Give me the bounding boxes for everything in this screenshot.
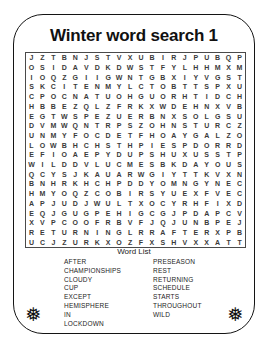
grid-cell: G: [212, 72, 223, 82]
grid-cell: O: [59, 150, 70, 160]
grid-cell: B: [146, 53, 157, 63]
grid-cell: T: [179, 82, 190, 92]
grid-cell: X: [135, 198, 146, 208]
grid-cell: V: [212, 189, 223, 199]
grid-cell: M: [48, 121, 59, 131]
grid-cell: T: [190, 82, 201, 92]
grid-cell: G: [135, 92, 146, 102]
grid-cell: O: [146, 198, 157, 208]
word-list-item: CUP: [64, 284, 121, 293]
grid-cell: C: [37, 169, 48, 179]
grid-cell: P: [135, 140, 146, 150]
word-list-item: CHAMPIONSHIPS: [64, 267, 121, 276]
grid-cell: S: [146, 150, 157, 160]
grid-cell: S: [223, 72, 234, 82]
grid-cell: Z: [59, 72, 70, 82]
grid-cell: H: [70, 140, 81, 150]
grid-cell: T: [48, 53, 59, 63]
grid-cell: T: [125, 198, 136, 208]
grid-cell: U: [125, 150, 136, 160]
grid-cell: X: [168, 111, 179, 121]
grid-cell: B: [157, 160, 168, 170]
grid-cell: Y: [59, 131, 70, 141]
grid-cell: V: [114, 53, 125, 63]
grid-cell: C: [59, 218, 70, 228]
grid-cell: C: [37, 237, 48, 247]
grid-cell: P: [92, 208, 103, 218]
grid-cell: U: [103, 160, 114, 170]
word-list-item: HEMISPHERE: [64, 302, 121, 311]
grid-cell: R: [103, 218, 114, 228]
grid-cell: C: [92, 131, 103, 141]
grid-cell: P: [234, 53, 245, 63]
grid-cell: T: [114, 140, 125, 150]
grid-cell: U: [146, 92, 157, 102]
grid-cell: Y: [190, 72, 201, 82]
grid-cell: H: [92, 140, 103, 150]
grid-cell: R: [135, 111, 146, 121]
word-list-item: THROUGHOUT: [153, 302, 202, 311]
grid-cell: X: [146, 237, 157, 247]
grid-cell: R: [201, 228, 212, 238]
grid-cell: Z: [59, 237, 70, 247]
grid-cell: I: [92, 72, 103, 82]
grid-cell: F: [135, 237, 146, 247]
grid-cell: G: [37, 111, 48, 121]
grid-cell: E: [223, 179, 234, 189]
grid-cell: N: [212, 179, 223, 189]
grid-cell: D: [179, 160, 190, 170]
grid-cell: B: [201, 218, 212, 228]
grid-cell: F: [135, 131, 146, 141]
grid-cell: N: [201, 101, 212, 111]
grid-cell: N: [234, 169, 245, 179]
word-list-item: AFTER: [64, 258, 121, 267]
grid-cell: H: [190, 63, 201, 73]
grid-cell: G: [157, 208, 168, 218]
grid-cell: V: [81, 63, 92, 73]
grid-cell: C: [92, 189, 103, 199]
grid-cell: O: [190, 111, 201, 121]
grid-cell: K: [135, 101, 146, 111]
grid-cell: E: [103, 208, 114, 218]
grid-cell: S: [26, 82, 37, 92]
grid-cell: E: [135, 160, 146, 170]
grid-cell: D: [125, 179, 136, 189]
grid-cell: R: [125, 101, 136, 111]
grid-cell: U: [223, 160, 234, 170]
grid-cell: X: [26, 218, 37, 228]
grid-cell: D: [234, 198, 245, 208]
grid-cell: R: [125, 169, 136, 179]
grid-cell: W: [135, 169, 146, 179]
grid-cell: C: [234, 179, 245, 189]
word-list-heading: Word List: [14, 247, 254, 256]
grid-cell: I: [125, 189, 136, 199]
word-list-item: SCHEDULE: [153, 284, 202, 293]
grid-cell: X: [168, 72, 179, 82]
grid-cell: B: [234, 228, 245, 238]
grid-cell: O: [26, 63, 37, 73]
grid-cell: H: [179, 92, 190, 102]
grid-cell: U: [103, 169, 114, 179]
grid-cell: B: [114, 189, 125, 199]
grid-cell: B: [168, 82, 179, 92]
grid-cell: D: [70, 198, 81, 208]
grid-cell: U: [234, 111, 245, 121]
grid-cell: A: [92, 169, 103, 179]
grid-cell: M: [48, 131, 59, 141]
grid-cell: N: [81, 121, 92, 131]
grid-cell: U: [59, 228, 70, 238]
grid-cell: H: [234, 92, 245, 102]
grid-cell: O: [48, 92, 59, 102]
grid-cell: Y: [168, 169, 179, 179]
grid-cell: I: [157, 169, 168, 179]
grid-cell: M: [168, 179, 179, 189]
grid-cell: C: [135, 82, 146, 92]
grid-cell: L: [114, 198, 125, 208]
grid-cell: N: [37, 131, 48, 141]
grid-cell: S: [135, 63, 146, 73]
grid-cell: A: [70, 150, 81, 160]
grid-cell: X: [179, 150, 190, 160]
grid-cell: O: [157, 82, 168, 92]
grid-cell: J: [234, 218, 245, 228]
grid-cell: X: [223, 63, 234, 73]
grid-cell: F: [157, 63, 168, 73]
grid-cell: J: [48, 237, 59, 247]
grid-cell: W: [114, 72, 125, 82]
grid-cell: T: [190, 121, 201, 131]
grid-cell: G: [190, 131, 201, 141]
grid-cell: C: [157, 198, 168, 208]
grid-cell: X: [125, 53, 136, 63]
grid-cell: U: [168, 150, 179, 160]
grid-cell: K: [92, 237, 103, 247]
grid-cell: X: [212, 228, 223, 238]
grid-cell: Y: [146, 179, 157, 189]
grid-cell: M: [125, 160, 136, 170]
grid-cell: H: [201, 63, 212, 73]
grid-cell: E: [223, 189, 234, 199]
grid-cell: M: [103, 82, 114, 92]
grid-cell: O: [157, 92, 168, 102]
grid-cell: E: [26, 208, 37, 218]
word-list-item: REST: [153, 267, 202, 276]
word-list-item: EXCEPT: [64, 293, 121, 302]
grid-cell: P: [223, 228, 234, 238]
grid-cell: D: [114, 150, 125, 160]
grid-cell: S: [125, 121, 136, 131]
grid-cell: H: [157, 121, 168, 131]
grid-cell: Q: [26, 169, 37, 179]
grid-cell: Z: [81, 189, 92, 199]
grid-cell: M: [37, 189, 48, 199]
grid-cell: S: [157, 237, 168, 247]
grid-cell: A: [70, 63, 81, 73]
grid-cell: Y: [201, 179, 212, 189]
word-list-item: RETURNING: [153, 276, 202, 285]
grid-cell: Q: [48, 72, 59, 82]
grid-cell: A: [201, 131, 212, 141]
grid-cell: N: [70, 53, 81, 63]
grid-cell: N: [70, 92, 81, 102]
grid-cell: T: [92, 92, 103, 102]
grid-cell: M: [234, 63, 245, 73]
grid-cell: O: [201, 140, 212, 150]
grid-cell: R: [103, 121, 114, 131]
grid-cell: U: [114, 111, 125, 121]
grid-cell: X: [190, 189, 201, 199]
grid-cell: F: [201, 189, 212, 199]
grid-cell: L: [26, 140, 37, 150]
grid-cell: J: [179, 53, 190, 63]
grid-cell: S: [103, 140, 114, 150]
grid-cell: T: [179, 228, 190, 238]
word-list-item: STARTS: [153, 293, 202, 302]
grid-cell: J: [81, 53, 92, 63]
grid-cell: E: [125, 111, 136, 121]
grid-cell: T: [179, 169, 190, 179]
grid-cell: L: [179, 63, 190, 73]
grid-cell: D: [103, 131, 114, 141]
grid-cell: D: [135, 179, 146, 189]
grid-cell: U: [234, 82, 245, 92]
grid-cell: N: [81, 228, 92, 238]
grid-cell: N: [157, 111, 168, 121]
grid-cell: V: [212, 169, 223, 179]
grid-cell: Z: [37, 53, 48, 63]
grid-cell: T: [146, 63, 157, 73]
page-title: Winter word search 1: [14, 26, 254, 46]
grid-cell: R: [146, 228, 157, 238]
grid-cell: L: [201, 111, 212, 121]
grid-cell: P: [114, 179, 125, 189]
grid-cell: C: [81, 140, 92, 150]
grid-cell: E: [179, 189, 190, 199]
grid-cell: O: [59, 189, 70, 199]
grid-cell: L: [48, 160, 59, 170]
grid-cell: S: [92, 53, 103, 63]
grid-cell: K: [201, 169, 212, 179]
grid-cell: H: [103, 179, 114, 189]
grid-cell: K: [70, 179, 81, 189]
grid-cell: U: [70, 237, 81, 247]
grid-cell: S: [146, 160, 157, 170]
grid-cell: I: [48, 63, 59, 73]
grid-cell: S: [201, 150, 212, 160]
grid-cell: K: [81, 169, 92, 179]
grid-cell: I: [81, 72, 92, 82]
grid-cell: J: [70, 169, 81, 179]
grid-cell: R: [135, 228, 146, 238]
grid-cell: V: [37, 218, 48, 228]
grid-cell: N: [103, 228, 114, 238]
grid-cell: C: [48, 82, 59, 92]
grid-cell: L: [125, 82, 136, 92]
snowflake-icon: ❅: [227, 305, 243, 324]
grid-cell: O: [103, 189, 114, 199]
grid-cell: B: [48, 101, 59, 111]
grid-cell: V: [125, 218, 136, 228]
grid-cell: E: [114, 131, 125, 141]
grid-cell: G: [81, 208, 92, 218]
grid-cell: U: [201, 53, 212, 63]
grid-cell: I: [157, 53, 168, 63]
grid-cell: B: [26, 179, 37, 189]
grid-cell: V: [201, 72, 212, 82]
grid-cell: D: [26, 121, 37, 131]
grid-cell: D: [114, 63, 125, 73]
grid-cell: Q: [223, 53, 234, 63]
grid-cell: P: [212, 82, 223, 92]
grid-cell: T: [190, 92, 201, 102]
grid-cell: H: [157, 150, 168, 160]
grid-cell: H: [125, 140, 136, 150]
grid-cell: C: [59, 92, 70, 102]
grid-cell: T: [103, 53, 114, 63]
grid-cell: W: [59, 121, 70, 131]
word-list-item: LOCKDOWN: [64, 320, 121, 329]
grid-cell: H: [48, 179, 59, 189]
grid-cell: F: [114, 101, 125, 111]
grid-cell: R: [168, 92, 179, 102]
grid-cell: W: [92, 198, 103, 208]
grid-cell: Q: [70, 121, 81, 131]
grid-cell: C: [92, 179, 103, 189]
grid-cell: U: [179, 218, 190, 228]
grid-cell: X: [223, 82, 234, 92]
grid-cell: T: [234, 237, 245, 247]
grid-cell: F: [168, 228, 179, 238]
grid-cell: D: [168, 101, 179, 111]
grid-cell: I: [146, 140, 157, 150]
grid-cell: R: [179, 198, 190, 208]
grid-cell: O: [81, 131, 92, 141]
word-list-item: IN: [64, 311, 121, 320]
word-list-column-right: PRESEASONRESTRETURNINGSCHEDULESTARTSTHRO…: [153, 258, 202, 320]
grid-cell: Y: [201, 160, 212, 170]
grid-cell: X: [223, 198, 234, 208]
grid-cell: X: [103, 237, 114, 247]
grid-cell: O: [114, 92, 125, 102]
grid-cell: A: [26, 198, 37, 208]
grid-cell: E: [190, 228, 201, 238]
grid-cell: Y: [168, 198, 179, 208]
grid-cell: O: [70, 218, 81, 228]
word-list-column-left: AFTERCHAMPIONSHIPSCLOUDYCUPEXCEPTHEMISPH…: [64, 258, 121, 328]
grid-cell: H: [168, 237, 179, 247]
grid-cell: S: [37, 63, 48, 73]
grid-cell: P: [114, 121, 125, 131]
grid-cell: J: [81, 198, 92, 208]
grid-cell: F: [70, 131, 81, 141]
word-list-item: PRESEASON: [153, 258, 202, 267]
grid-cell: Q: [81, 101, 92, 111]
grid-cell: P: [92, 150, 103, 160]
grid-cell: W: [157, 101, 168, 111]
grid-cell: O: [157, 131, 168, 141]
grid-cell: T: [48, 111, 59, 121]
grid-cell: R: [70, 228, 81, 238]
grid-cell: R: [26, 228, 37, 238]
grid-cell: S: [234, 160, 245, 170]
grid-cell: N: [168, 121, 179, 131]
grid-cell: U: [59, 198, 70, 208]
grid-cell: R: [223, 140, 234, 150]
grid-cell: C: [146, 208, 157, 218]
grid-cell: H: [114, 208, 125, 218]
grid-cell: D: [59, 160, 70, 170]
grid-cell: B: [37, 101, 48, 111]
grid-cell: Y: [48, 169, 59, 179]
grid-cell: U: [26, 237, 37, 247]
grid-cell: N: [37, 179, 48, 189]
grid-cell: I: [201, 92, 212, 102]
grid-cell: T: [223, 150, 234, 160]
grid-cell: C: [26, 92, 37, 102]
grid-cell: T: [92, 121, 103, 131]
grid-cell: G: [135, 208, 146, 218]
grid-cell: B: [59, 53, 70, 63]
grid-cell: G: [103, 72, 114, 82]
grid-cell: D: [92, 63, 103, 73]
grid-cell: S: [59, 169, 70, 179]
grid-cell: Z: [103, 111, 114, 121]
grid-cell: Q: [157, 218, 168, 228]
grid-cell: T: [135, 72, 146, 82]
grid-cell: G: [146, 169, 157, 179]
grid-cell: E: [81, 150, 92, 160]
grid-cell: U: [103, 92, 114, 102]
grid-cell: U: [201, 121, 212, 131]
grid-cell: A: [168, 131, 179, 141]
grid-cell: V: [234, 208, 245, 218]
grid-cell: S: [201, 82, 212, 92]
grid-cell: O: [114, 237, 125, 247]
grid-cell: H: [125, 92, 136, 102]
grid-cell: O: [37, 140, 48, 150]
grid-cell: G: [114, 228, 125, 238]
grid-cell: X: [146, 101, 157, 111]
grid-cell: W: [48, 140, 59, 150]
grid-cell: X: [190, 237, 201, 247]
grid-cell: H: [26, 189, 37, 199]
grid-cell: H: [146, 131, 157, 141]
grid-cell: A: [201, 208, 212, 218]
grid-cell: J: [48, 198, 59, 208]
grid-cell: D: [70, 160, 81, 170]
grid-cell: N: [125, 72, 136, 82]
grid-cell: T: [234, 72, 245, 82]
grid-cell: K: [37, 82, 48, 92]
grid-cell: V: [223, 101, 234, 111]
grid-cell: A: [81, 92, 92, 102]
snowflake-icon: ❅: [25, 305, 41, 324]
grid-cell: S: [70, 111, 81, 121]
grid-cell: X: [201, 237, 212, 247]
grid-cell: I: [37, 160, 48, 170]
grid-cell: I: [92, 228, 103, 238]
grid-cell: C: [223, 121, 234, 131]
grid-cell: R: [212, 140, 223, 150]
grid-cell: U: [70, 208, 81, 218]
grid-cell: Z: [125, 237, 136, 247]
grid-cell: L: [125, 228, 136, 238]
grid-cell: D: [212, 92, 223, 102]
grid-cell: A: [212, 237, 223, 247]
